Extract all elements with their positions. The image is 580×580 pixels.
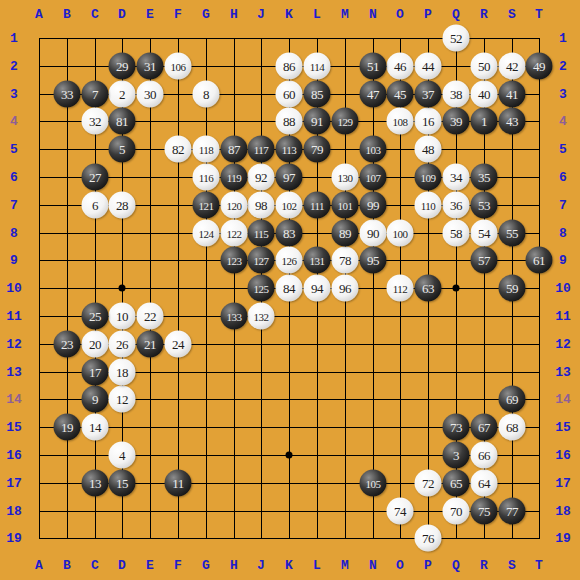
col-label-bottom-H: H <box>230 559 238 572</box>
move-number: 131 <box>310 254 325 266</box>
move-number: 60 <box>283 86 295 102</box>
col-label-top-M: M <box>341 8 349 21</box>
row-label-right-17: 17 <box>555 477 571 490</box>
stone-black-L3[interactable]: 85 <box>304 81 331 108</box>
stone-black-P3[interactable]: 37 <box>415 81 442 108</box>
stone-white-K10[interactable]: 84 <box>276 275 303 302</box>
stone-white-O4[interactable]: 108 <box>387 108 414 135</box>
move-number: 53 <box>478 197 490 213</box>
move-number: 75 <box>478 503 490 519</box>
move-number: 26 <box>116 336 128 352</box>
move-number: 82 <box>172 141 184 157</box>
stone-black-B12[interactable]: 23 <box>54 331 81 358</box>
row-label-left-12: 12 <box>6 338 22 351</box>
stone-black-Q17[interactable]: 65 <box>443 470 470 497</box>
stone-black-C17[interactable]: 13 <box>82 470 109 497</box>
move-number: 61 <box>533 252 545 268</box>
stone-black-G7[interactable]: 121 <box>193 192 220 219</box>
col-label-top-N: N <box>369 8 377 21</box>
col-label-bottom-J: J <box>257 559 265 572</box>
move-number: 130 <box>338 171 353 183</box>
stone-white-M6[interactable]: 130 <box>332 164 359 191</box>
move-number: 21 <box>144 336 156 352</box>
stone-white-E11[interactable]: 22 <box>137 303 164 330</box>
stone-black-P10[interactable]: 63 <box>415 275 442 302</box>
move-number: 87 <box>228 141 240 157</box>
move-number: 102 <box>282 199 297 211</box>
move-number: 67 <box>478 419 490 435</box>
grid-line-horizontal <box>39 538 540 539</box>
stone-black-R18[interactable]: 75 <box>471 498 498 525</box>
move-number: 40 <box>478 86 490 102</box>
move-number: 76 <box>422 530 434 546</box>
stone-black-K6[interactable]: 97 <box>276 164 303 191</box>
col-label-top-J: J <box>257 8 265 21</box>
col-label-top-K: K <box>285 8 293 21</box>
stone-white-J11[interactable]: 132 <box>248 303 275 330</box>
stone-white-F12[interactable]: 24 <box>165 331 192 358</box>
stone-black-S3[interactable]: 41 <box>499 81 526 108</box>
stone-black-M8[interactable]: 89 <box>332 220 359 247</box>
move-number: 66 <box>478 447 490 463</box>
move-number: 78 <box>339 252 351 268</box>
stone-black-H6[interactable]: 119 <box>221 164 248 191</box>
move-number: 52 <box>450 30 462 46</box>
move-number: 103 <box>366 143 381 155</box>
row-label-right-2: 2 <box>559 60 567 73</box>
row-label-right-7: 7 <box>559 199 567 212</box>
move-number: 119 <box>227 171 242 183</box>
move-number: 20 <box>89 336 101 352</box>
move-number: 1 <box>481 113 487 129</box>
stone-white-C4[interactable]: 32 <box>82 108 109 135</box>
row-label-right-6: 6 <box>559 171 567 184</box>
move-number: 4 <box>119 447 125 463</box>
move-number: 43 <box>506 113 518 129</box>
col-label-bottom-Q: Q <box>452 559 460 572</box>
stone-black-S10[interactable]: 59 <box>499 275 526 302</box>
col-label-bottom-D: D <box>118 559 126 572</box>
stone-white-F2[interactable]: 106 <box>165 53 192 80</box>
move-number: 91 <box>311 113 323 129</box>
move-number: 77 <box>506 503 518 519</box>
col-label-bottom-M: M <box>341 559 349 572</box>
move-number: 124 <box>199 227 214 239</box>
move-number: 85 <box>311 86 323 102</box>
stone-black-C14[interactable]: 9 <box>82 386 109 413</box>
move-number: 38 <box>450 86 462 102</box>
col-label-top-G: G <box>202 8 210 21</box>
stone-white-C12[interactable]: 20 <box>82 331 109 358</box>
stone-black-O3[interactable]: 45 <box>387 81 414 108</box>
stone-black-N6[interactable]: 107 <box>360 164 387 191</box>
move-number: 15 <box>116 475 128 491</box>
stone-white-R3[interactable]: 40 <box>471 81 498 108</box>
stone-white-C7[interactable]: 6 <box>82 192 109 219</box>
move-number: 125 <box>254 282 269 294</box>
stone-black-L9[interactable]: 131 <box>304 247 331 274</box>
move-number: 18 <box>116 364 128 380</box>
col-label-top-P: P <box>424 8 432 21</box>
move-number: 44 <box>422 58 434 74</box>
stone-white-D16[interactable]: 4 <box>109 442 136 469</box>
col-label-bottom-C: C <box>91 559 99 572</box>
col-label-top-L: L <box>313 8 321 21</box>
stone-black-D2[interactable]: 29 <box>109 53 136 80</box>
stone-black-H9[interactable]: 123 <box>221 247 248 274</box>
move-number: 14 <box>89 419 101 435</box>
row-label-left-16: 16 <box>6 449 22 462</box>
stone-black-J8[interactable]: 115 <box>248 220 275 247</box>
col-label-top-B: B <box>63 8 71 21</box>
stone-black-R6[interactable]: 35 <box>471 164 498 191</box>
move-number: 68 <box>506 419 518 435</box>
stone-black-C6[interactable]: 27 <box>82 164 109 191</box>
move-number: 65 <box>450 475 462 491</box>
stone-white-K9[interactable]: 126 <box>276 247 303 274</box>
move-number: 17 <box>89 364 101 380</box>
row-label-left-17: 17 <box>6 477 22 490</box>
row-label-right-15: 15 <box>555 421 571 434</box>
stone-black-R15[interactable]: 67 <box>471 414 498 441</box>
stone-white-G8[interactable]: 124 <box>193 220 220 247</box>
col-label-bottom-P: P <box>424 559 432 572</box>
move-number: 12 <box>116 391 128 407</box>
stone-white-P17[interactable]: 72 <box>415 470 442 497</box>
stone-white-D3[interactable]: 2 <box>109 81 136 108</box>
col-label-top-D: D <box>118 8 126 21</box>
row-label-right-14: 14 <box>555 393 571 406</box>
stone-black-R7[interactable]: 53 <box>471 192 498 219</box>
row-label-left-11: 11 <box>6 310 22 323</box>
move-number: 29 <box>116 58 128 74</box>
row-label-left-14: 14 <box>6 393 22 406</box>
stone-black-J5[interactable]: 117 <box>248 136 275 163</box>
stone-white-K4[interactable]: 88 <box>276 108 303 135</box>
move-number: 30 <box>144 86 156 102</box>
move-number: 33 <box>61 86 73 102</box>
move-number: 42 <box>506 58 518 74</box>
stone-black-N3[interactable]: 47 <box>360 81 387 108</box>
move-number: 41 <box>506 86 518 102</box>
col-label-bottom-T: T <box>535 559 543 572</box>
stone-white-G5[interactable]: 118 <box>193 136 220 163</box>
row-label-left-18: 18 <box>6 505 22 518</box>
col-label-top-T: T <box>535 8 543 21</box>
row-label-right-10: 10 <box>555 282 571 295</box>
move-number: 3 <box>453 447 459 463</box>
move-number: 83 <box>283 225 295 241</box>
row-label-left-9: 9 <box>10 254 18 267</box>
move-number: 115 <box>254 227 269 239</box>
stone-white-Q1[interactable]: 52 <box>443 25 470 52</box>
stone-black-S14[interactable]: 69 <box>499 386 526 413</box>
move-number: 28 <box>116 197 128 213</box>
grid-line-vertical <box>373 38 374 539</box>
move-number: 19 <box>61 419 73 435</box>
move-number: 72 <box>422 475 434 491</box>
stone-white-D13[interactable]: 18 <box>109 359 136 386</box>
stone-white-O10[interactable]: 112 <box>387 275 414 302</box>
stone-black-D17[interactable]: 15 <box>109 470 136 497</box>
row-label-left-2: 2 <box>10 60 18 73</box>
stone-black-C11[interactable]: 25 <box>82 303 109 330</box>
stone-white-D7[interactable]: 28 <box>109 192 136 219</box>
stone-white-C15[interactable]: 14 <box>82 414 109 441</box>
move-number: 129 <box>338 115 353 127</box>
move-number: 63 <box>422 280 434 296</box>
stone-black-N9[interactable]: 95 <box>360 247 387 274</box>
col-label-bottom-F: F <box>174 559 182 572</box>
stone-white-D14[interactable]: 12 <box>109 386 136 413</box>
move-number: 99 <box>367 197 379 213</box>
stone-white-M9[interactable]: 78 <box>332 247 359 274</box>
stone-white-Q8[interactable]: 58 <box>443 220 470 247</box>
move-number: 47 <box>367 86 379 102</box>
stone-black-Q4[interactable]: 39 <box>443 108 470 135</box>
move-number: 95 <box>367 252 379 268</box>
move-number: 132 <box>254 310 269 322</box>
stone-white-P5[interactable]: 48 <box>415 136 442 163</box>
move-number: 101 <box>338 199 353 211</box>
stone-black-T2[interactable]: 49 <box>526 53 553 80</box>
stone-black-D4[interactable]: 81 <box>109 108 136 135</box>
stone-black-N17[interactable]: 105 <box>360 470 387 497</box>
move-number: 112 <box>393 282 408 294</box>
move-number: 89 <box>339 225 351 241</box>
star-point-Q10 <box>453 285 460 292</box>
stone-white-F5[interactable]: 82 <box>165 136 192 163</box>
stone-white-H8[interactable]: 122 <box>221 220 248 247</box>
stone-black-P6[interactable]: 109 <box>415 164 442 191</box>
stone-white-Q18[interactable]: 70 <box>443 498 470 525</box>
col-label-top-F: F <box>174 8 182 21</box>
move-number: 110 <box>421 199 436 211</box>
stone-black-J9[interactable]: 127 <box>248 247 275 274</box>
stone-black-C3[interactable]: 7 <box>82 81 109 108</box>
row-label-right-18: 18 <box>555 505 571 518</box>
stone-white-O18[interactable]: 74 <box>387 498 414 525</box>
row-label-right-5: 5 <box>559 143 567 156</box>
move-number: 105 <box>366 477 381 489</box>
row-label-right-16: 16 <box>555 449 571 462</box>
stone-white-R16[interactable]: 66 <box>471 442 498 469</box>
stone-white-M10[interactable]: 96 <box>332 275 359 302</box>
stone-white-S15[interactable]: 68 <box>499 414 526 441</box>
stone-black-L7[interactable]: 111 <box>304 192 331 219</box>
move-number: 59 <box>506 280 518 296</box>
stone-black-Q15[interactable]: 73 <box>443 414 470 441</box>
stone-white-P2[interactable]: 44 <box>415 53 442 80</box>
move-number: 35 <box>478 169 490 185</box>
row-label-left-6: 6 <box>10 171 18 184</box>
move-number: 2 <box>119 86 125 102</box>
stone-white-D12[interactable]: 26 <box>109 331 136 358</box>
move-number: 116 <box>199 171 214 183</box>
stone-black-N7[interactable]: 99 <box>360 192 387 219</box>
stone-white-L2[interactable]: 114 <box>304 53 331 80</box>
stone-white-K3[interactable]: 60 <box>276 81 303 108</box>
stone-white-Q6[interactable]: 34 <box>443 164 470 191</box>
move-number: 70 <box>450 503 462 519</box>
row-label-right-13: 13 <box>555 366 571 379</box>
move-number: 39 <box>450 113 462 129</box>
stone-white-G6[interactable]: 116 <box>193 164 220 191</box>
row-label-left-1: 1 <box>10 32 18 45</box>
move-number: 100 <box>393 227 408 239</box>
move-number: 5 <box>119 141 125 157</box>
move-number: 81 <box>116 113 128 129</box>
stone-white-L10[interactable]: 94 <box>304 275 331 302</box>
move-number: 123 <box>227 254 242 266</box>
stone-white-N8[interactable]: 90 <box>360 220 387 247</box>
row-label-left-19: 19 <box>6 532 22 545</box>
move-number: 48 <box>422 141 434 157</box>
col-label-top-Q: Q <box>452 8 460 21</box>
move-number: 34 <box>450 169 462 185</box>
stone-black-S8[interactable]: 55 <box>499 220 526 247</box>
stone-white-P4[interactable]: 16 <box>415 108 442 135</box>
move-number: 27 <box>89 169 101 185</box>
stone-black-R4[interactable]: 1 <box>471 108 498 135</box>
go-board-diagram: AABBCCDDEEFFGGHHJJKKLLMMNNOOPPQQRRSSTT11… <box>0 0 580 580</box>
row-label-left-7: 7 <box>10 199 18 212</box>
move-number: 10 <box>116 308 128 324</box>
move-number: 8 <box>203 86 209 102</box>
stone-white-P7[interactable]: 110 <box>415 192 442 219</box>
col-label-bottom-L: L <box>313 559 321 572</box>
stone-white-J7[interactable]: 98 <box>248 192 275 219</box>
move-number: 69 <box>506 391 518 407</box>
grid-line-vertical <box>539 38 540 539</box>
stone-white-H7[interactable]: 120 <box>221 192 248 219</box>
move-number: 9 <box>92 391 98 407</box>
stone-white-O8[interactable]: 100 <box>387 220 414 247</box>
stone-white-J6[interactable]: 92 <box>248 164 275 191</box>
col-label-top-A: A <box>35 8 43 21</box>
move-number: 88 <box>283 113 295 129</box>
move-number: 97 <box>283 169 295 185</box>
col-label-top-O: O <box>396 8 404 21</box>
stone-white-R2[interactable]: 50 <box>471 53 498 80</box>
move-number: 73 <box>450 419 462 435</box>
row-label-right-9: 9 <box>559 254 567 267</box>
move-number: 46 <box>394 58 406 74</box>
row-label-left-4: 4 <box>10 115 18 128</box>
row-label-left-13: 13 <box>6 366 22 379</box>
stone-black-D5[interactable]: 5 <box>109 136 136 163</box>
star-point-D10 <box>119 285 126 292</box>
col-label-top-S: S <box>508 8 516 21</box>
stone-black-S18[interactable]: 77 <box>499 498 526 525</box>
stone-black-N2[interactable]: 51 <box>360 53 387 80</box>
move-number: 11 <box>172 475 184 491</box>
stone-white-D11[interactable]: 10 <box>109 303 136 330</box>
row-label-right-4: 4 <box>559 115 567 128</box>
stone-black-T9[interactable]: 61 <box>526 247 553 274</box>
stone-black-H5[interactable]: 87 <box>221 136 248 163</box>
move-number: 25 <box>89 308 101 324</box>
move-number: 122 <box>227 227 242 239</box>
row-label-left-15: 15 <box>6 421 22 434</box>
row-label-right-11: 11 <box>555 310 571 323</box>
move-number: 6 <box>92 197 98 213</box>
stone-black-R9[interactable]: 57 <box>471 247 498 274</box>
stone-black-C13[interactable]: 17 <box>82 359 109 386</box>
col-label-bottom-E: E <box>146 559 154 572</box>
stone-black-M4[interactable]: 129 <box>332 108 359 135</box>
stone-black-E2[interactable]: 31 <box>137 53 164 80</box>
stone-white-Q7[interactable]: 36 <box>443 192 470 219</box>
move-number: 98 <box>255 197 267 213</box>
stone-black-L4[interactable]: 91 <box>304 108 331 135</box>
move-number: 31 <box>144 58 156 74</box>
stone-white-S2[interactable]: 42 <box>499 53 526 80</box>
stone-white-R8[interactable]: 54 <box>471 220 498 247</box>
move-number: 23 <box>61 336 73 352</box>
stone-white-E3[interactable]: 30 <box>137 81 164 108</box>
stone-black-S4[interactable]: 43 <box>499 108 526 135</box>
move-number: 51 <box>367 58 379 74</box>
col-label-top-H: H <box>230 8 238 21</box>
row-label-left-10: 10 <box>6 282 22 295</box>
move-number: 55 <box>506 225 518 241</box>
stone-black-B3[interactable]: 33 <box>54 81 81 108</box>
move-number: 107 <box>366 171 381 183</box>
move-number: 86 <box>283 58 295 74</box>
row-label-right-19: 19 <box>555 532 571 545</box>
row-label-right-8: 8 <box>559 227 567 240</box>
move-number: 45 <box>394 86 406 102</box>
move-number: 84 <box>283 280 295 296</box>
stone-white-K7[interactable]: 102 <box>276 192 303 219</box>
move-number: 13 <box>89 475 101 491</box>
move-number: 117 <box>254 143 269 155</box>
col-label-bottom-A: A <box>35 559 43 572</box>
stone-black-Q16[interactable]: 3 <box>443 442 470 469</box>
stone-white-P19[interactable]: 76 <box>415 525 442 552</box>
col-label-top-R: R <box>480 8 488 21</box>
star-point-K16 <box>286 452 293 459</box>
row-label-left-5: 5 <box>10 143 18 156</box>
stone-black-E12[interactable]: 21 <box>137 331 164 358</box>
stone-white-R17[interactable]: 64 <box>471 470 498 497</box>
stone-black-N5[interactable]: 103 <box>360 136 387 163</box>
stone-white-K2[interactable]: 86 <box>276 53 303 80</box>
stone-black-M7[interactable]: 101 <box>332 192 359 219</box>
col-label-bottom-N: N <box>369 559 377 572</box>
move-number: 24 <box>172 336 184 352</box>
move-number: 106 <box>171 60 186 72</box>
move-number: 49 <box>533 58 545 74</box>
stone-black-K8[interactable]: 83 <box>276 220 303 247</box>
stone-white-Q3[interactable]: 38 <box>443 81 470 108</box>
stone-white-O2[interactable]: 46 <box>387 53 414 80</box>
move-number: 126 <box>282 254 297 266</box>
stone-black-K5[interactable]: 113 <box>276 136 303 163</box>
stone-black-F17[interactable]: 11 <box>165 470 192 497</box>
row-label-left-8: 8 <box>10 227 18 240</box>
stone-black-J10[interactable]: 125 <box>248 275 275 302</box>
stone-white-G3[interactable]: 8 <box>193 81 220 108</box>
move-number: 58 <box>450 225 462 241</box>
stone-black-H11[interactable]: 133 <box>221 303 248 330</box>
stone-black-B15[interactable]: 19 <box>54 414 81 441</box>
stone-black-L5[interactable]: 79 <box>304 136 331 163</box>
move-number: 121 <box>199 199 214 211</box>
move-number: 109 <box>421 171 436 183</box>
col-label-bottom-K: K <box>285 559 293 572</box>
